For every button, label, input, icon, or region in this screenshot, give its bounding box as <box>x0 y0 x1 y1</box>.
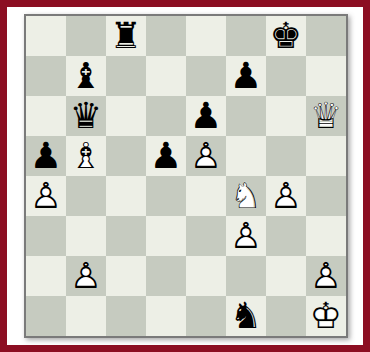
black-rook-piece: ♜ <box>106 16 146 56</box>
square-b4[interactable] <box>66 176 106 216</box>
square-g4[interactable]: ♟♙ <box>266 176 306 216</box>
square-e6[interactable]: ♟ <box>186 96 226 136</box>
square-h1[interactable]: ♚♔ <box>306 296 346 336</box>
square-c1[interactable] <box>106 296 146 336</box>
square-b3[interactable] <box>66 216 106 256</box>
square-e1[interactable] <box>186 296 226 336</box>
white-knight-piece: ♞♘ <box>226 176 266 216</box>
square-b8[interactable] <box>66 16 106 56</box>
square-e3[interactable] <box>186 216 226 256</box>
square-e8[interactable] <box>186 16 226 56</box>
square-a2[interactable] <box>26 256 66 296</box>
black-knight-piece: ♞ <box>226 296 266 336</box>
square-d3[interactable] <box>146 216 186 256</box>
black-pawn-piece: ♟ <box>186 96 226 136</box>
square-h6[interactable]: ♛♕ <box>306 96 346 136</box>
square-f4[interactable]: ♞♘ <box>226 176 266 216</box>
square-a4[interactable]: ♟♙ <box>26 176 66 216</box>
square-h5[interactable] <box>306 136 346 176</box>
black-king-piece: ♚ <box>266 16 306 56</box>
square-c5[interactable] <box>106 136 146 176</box>
square-d1[interactable] <box>146 296 186 336</box>
black-pawn-piece: ♟ <box>146 136 186 176</box>
square-h7[interactable] <box>306 56 346 96</box>
square-b6[interactable]: ♛ <box>66 96 106 136</box>
white-pawn-piece: ♟♙ <box>66 256 106 296</box>
square-c3[interactable] <box>106 216 146 256</box>
square-g7[interactable] <box>266 56 306 96</box>
white-pawn-piece: ♟♙ <box>186 136 226 176</box>
square-h8[interactable] <box>306 16 346 56</box>
square-a6[interactable] <box>26 96 66 136</box>
square-d7[interactable] <box>146 56 186 96</box>
square-f5[interactable] <box>226 136 266 176</box>
white-pawn-piece: ♟♙ <box>306 256 346 296</box>
square-d2[interactable] <box>146 256 186 296</box>
black-pawn-piece: ♟ <box>226 56 266 96</box>
square-a7[interactable] <box>26 56 66 96</box>
square-f3[interactable]: ♟♙ <box>226 216 266 256</box>
square-b2[interactable]: ♟♙ <box>66 256 106 296</box>
square-d4[interactable] <box>146 176 186 216</box>
square-f1[interactable]: ♞ <box>226 296 266 336</box>
square-f8[interactable] <box>226 16 266 56</box>
square-a8[interactable] <box>26 16 66 56</box>
black-queen-piece: ♛ <box>66 96 106 136</box>
square-a3[interactable] <box>26 216 66 256</box>
square-d8[interactable] <box>146 16 186 56</box>
square-c2[interactable] <box>106 256 146 296</box>
square-c7[interactable] <box>106 56 146 96</box>
square-b5[interactable]: ♝♗ <box>66 136 106 176</box>
square-f2[interactable] <box>226 256 266 296</box>
square-d5[interactable]: ♟ <box>146 136 186 176</box>
white-pawn-piece: ♟♙ <box>226 216 266 256</box>
square-f7[interactable]: ♟ <box>226 56 266 96</box>
red-picture-frame: ♜♚♝♟♛♟♛♕♟♝♗♟♟♙♟♙♞♘♟♙♟♙♟♙♟♙♞♚♔ <box>0 0 370 352</box>
square-g2[interactable] <box>266 256 306 296</box>
square-g1[interactable] <box>266 296 306 336</box>
square-e7[interactable] <box>186 56 226 96</box>
square-e4[interactable] <box>186 176 226 216</box>
black-pawn-piece: ♟ <box>26 136 66 176</box>
white-pawn-piece: ♟♙ <box>266 176 306 216</box>
square-c4[interactable] <box>106 176 146 216</box>
square-h2[interactable]: ♟♙ <box>306 256 346 296</box>
square-h4[interactable] <box>306 176 346 216</box>
square-e2[interactable] <box>186 256 226 296</box>
square-g5[interactable] <box>266 136 306 176</box>
white-king-piece: ♚♔ <box>306 296 346 336</box>
black-bishop-piece: ♝ <box>66 56 106 96</box>
square-a1[interactable] <box>26 296 66 336</box>
square-h3[interactable] <box>306 216 346 256</box>
square-b1[interactable] <box>66 296 106 336</box>
white-pawn-piece: ♟♙ <box>26 176 66 216</box>
square-e5[interactable]: ♟♙ <box>186 136 226 176</box>
square-d6[interactable] <box>146 96 186 136</box>
square-f6[interactable] <box>226 96 266 136</box>
square-g6[interactable] <box>266 96 306 136</box>
square-b7[interactable]: ♝ <box>66 56 106 96</box>
chess-board: ♜♚♝♟♛♟♛♕♟♝♗♟♟♙♟♙♞♘♟♙♟♙♟♙♟♙♞♚♔ <box>24 14 348 338</box>
square-c6[interactable] <box>106 96 146 136</box>
square-c8[interactable]: ♜ <box>106 16 146 56</box>
white-bishop-piece: ♝♗ <box>66 136 106 176</box>
square-a5[interactable]: ♟ <box>26 136 66 176</box>
square-g3[interactable] <box>266 216 306 256</box>
square-g8[interactable]: ♚ <box>266 16 306 56</box>
white-queen-piece: ♛♕ <box>306 96 346 136</box>
